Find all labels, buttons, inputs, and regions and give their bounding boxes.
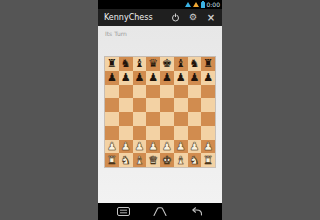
- piece-white-bishop: ♝: [176, 154, 186, 165]
- square-a5[interactable]: [105, 98, 119, 112]
- square-d5[interactable]: [146, 98, 160, 112]
- square-f6[interactable]: [174, 85, 188, 99]
- status-bar: 0:00: [98, 0, 222, 9]
- home-icon: [153, 207, 167, 216]
- piece-black-bishop: ♝: [176, 58, 186, 69]
- square-d6[interactable]: [146, 85, 160, 99]
- square-g4[interactable]: [188, 112, 202, 126]
- app-title: KennyChess: [104, 13, 170, 22]
- square-b1[interactable]: ♞: [119, 153, 133, 167]
- back-button[interactable]: [190, 203, 203, 220]
- square-a3[interactable]: [105, 126, 119, 140]
- piece-black-bishop: ♝: [134, 58, 144, 69]
- square-f5[interactable]: [174, 98, 188, 112]
- back-icon: [190, 207, 203, 216]
- battery-icon: [201, 2, 205, 8]
- square-a2[interactable]: ♟: [105, 140, 119, 154]
- square-e2[interactable]: ♟: [160, 140, 174, 154]
- piece-white-knight: ♞: [189, 154, 199, 165]
- square-h8[interactable]: ♜: [201, 57, 215, 71]
- square-a4[interactable]: [105, 112, 119, 126]
- piece-black-rook: ♜: [107, 58, 117, 69]
- square-g5[interactable]: [188, 98, 202, 112]
- app-bar-actions: ⚙ ×: [170, 9, 216, 26]
- square-f1[interactable]: ♝: [174, 153, 188, 167]
- piece-white-pawn: ♟: [148, 140, 158, 151]
- piece-black-pawn: ♟: [107, 72, 117, 83]
- square-g3[interactable]: [188, 126, 202, 140]
- piece-white-queen: ♛: [148, 154, 158, 165]
- square-f7[interactable]: ♟: [174, 71, 188, 85]
- square-a8[interactable]: ♜: [105, 57, 119, 71]
- square-g8[interactable]: ♞: [188, 57, 202, 71]
- square-b6[interactable]: [119, 85, 133, 99]
- square-a1[interactable]: ♜: [105, 153, 119, 167]
- square-g6[interactable]: [188, 85, 202, 99]
- gear-icon: ⚙: [189, 9, 197, 26]
- square-b8[interactable]: ♞: [119, 57, 133, 71]
- piece-black-pawn: ♟: [189, 72, 199, 83]
- square-g7[interactable]: ♟: [188, 71, 202, 85]
- square-h1[interactable]: ♜: [201, 153, 215, 167]
- square-c3[interactable]: [133, 126, 147, 140]
- square-c5[interactable]: [133, 98, 147, 112]
- settings-button[interactable]: ⚙: [188, 9, 198, 26]
- square-d4[interactable]: [146, 112, 160, 126]
- menu-icon: [117, 207, 130, 216]
- phone-screen: 0:00 KennyChess ⚙ × Its T: [98, 0, 222, 220]
- square-f4[interactable]: [174, 112, 188, 126]
- square-b4[interactable]: [119, 112, 133, 126]
- square-h4[interactable]: [201, 112, 215, 126]
- piece-black-pawn: ♟: [148, 72, 158, 83]
- square-d3[interactable]: [146, 126, 160, 140]
- piece-white-pawn: ♟: [134, 140, 144, 151]
- square-d7[interactable]: ♟: [146, 71, 160, 85]
- square-e4[interactable]: [160, 112, 174, 126]
- turn-status-label: Its Turn: [105, 30, 127, 38]
- piece-black-rook: ♜: [203, 58, 213, 69]
- square-e3[interactable]: [160, 126, 174, 140]
- piece-white-pawn: ♟: [107, 140, 117, 151]
- square-b5[interactable]: [119, 98, 133, 112]
- piece-white-pawn: ♟: [189, 140, 199, 151]
- close-icon: ×: [207, 9, 215, 26]
- square-c6[interactable]: [133, 85, 147, 99]
- square-c8[interactable]: ♝: [133, 57, 147, 71]
- square-e1[interactable]: ♚: [160, 153, 174, 167]
- status-clock: 0:00: [207, 0, 220, 9]
- close-button[interactable]: ×: [206, 9, 216, 26]
- piece-black-queen: ♛: [148, 58, 158, 69]
- piece-black-pawn: ♟: [121, 72, 131, 83]
- cell-signal-icon: [193, 2, 199, 7]
- piece-white-king: ♚: [162, 154, 172, 165]
- square-d1[interactable]: ♛: [146, 153, 160, 167]
- square-c4[interactable]: [133, 112, 147, 126]
- square-b3[interactable]: [119, 126, 133, 140]
- piece-black-pawn: ♟: [162, 72, 172, 83]
- square-e7[interactable]: ♟: [160, 71, 174, 85]
- piece-white-bishop: ♝: [134, 154, 144, 165]
- wifi-icon: [185, 2, 191, 7]
- square-f2[interactable]: ♟: [174, 140, 188, 154]
- piece-white-rook: ♜: [107, 154, 117, 165]
- square-h6[interactable]: [201, 85, 215, 99]
- piece-white-knight: ♞: [121, 154, 131, 165]
- navigation-bar: [98, 203, 222, 220]
- square-a6[interactable]: [105, 85, 119, 99]
- square-d2[interactable]: ♟: [146, 140, 160, 154]
- square-h2[interactable]: ♟: [201, 140, 215, 154]
- square-b7[interactable]: ♟: [119, 71, 133, 85]
- app-bar: KennyChess ⚙ ×: [98, 9, 222, 26]
- game-content: Its Turn ♜♞♝♛♚♝♞♜♟♟♟♟♟♟♟♟♟♟♟♟♟♟♟♟♜♞♝♛♚♝♞…: [98, 26, 222, 203]
- piece-white-pawn: ♟: [176, 140, 186, 151]
- square-h5[interactable]: [201, 98, 215, 112]
- square-f3[interactable]: [174, 126, 188, 140]
- piece-black-pawn: ♟: [176, 72, 186, 83]
- square-e6[interactable]: [160, 85, 174, 99]
- piece-white-rook: ♜: [203, 154, 213, 165]
- square-a7[interactable]: ♟: [105, 71, 119, 85]
- piece-black-pawn: ♟: [203, 72, 213, 83]
- square-h3[interactable]: [201, 126, 215, 140]
- chess-board: ♜♞♝♛♚♝♞♜♟♟♟♟♟♟♟♟♟♟♟♟♟♟♟♟♜♞♝♛♚♝♞♜: [105, 57, 215, 167]
- home-button[interactable]: [153, 203, 167, 220]
- square-g1[interactable]: ♞: [188, 153, 202, 167]
- square-c7[interactable]: ♟: [133, 71, 147, 85]
- piece-black-knight: ♞: [189, 58, 199, 69]
- square-d8[interactable]: ♛: [146, 57, 160, 71]
- menu-button[interactable]: [117, 203, 130, 220]
- square-h7[interactable]: ♟: [201, 71, 215, 85]
- square-f8[interactable]: ♝: [174, 57, 188, 71]
- square-c2[interactable]: ♟: [133, 140, 147, 154]
- square-e5[interactable]: [160, 98, 174, 112]
- power-icon: [171, 13, 180, 22]
- power-button[interactable]: [170, 9, 180, 26]
- piece-black-pawn: ♟: [134, 72, 144, 83]
- piece-white-pawn: ♟: [203, 140, 213, 151]
- square-e8[interactable]: ♚: [160, 57, 174, 71]
- piece-white-pawn: ♟: [162, 140, 172, 151]
- square-c1[interactable]: ♝: [133, 153, 147, 167]
- square-g2[interactable]: ♟: [188, 140, 202, 154]
- square-b2[interactable]: ♟: [119, 140, 133, 154]
- piece-black-king: ♚: [162, 58, 172, 69]
- piece-white-pawn: ♟: [121, 140, 131, 151]
- piece-black-knight: ♞: [121, 58, 131, 69]
